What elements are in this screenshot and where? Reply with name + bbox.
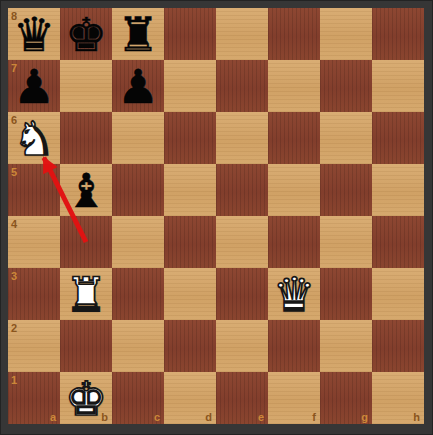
square-e4[interactable] xyxy=(216,216,268,268)
piece-black-pawn-a7[interactable]: ♟ xyxy=(8,60,60,112)
square-b8[interactable]: ♚ xyxy=(60,8,112,60)
square-c4[interactable] xyxy=(112,216,164,268)
chess-board: 8♛♚♜7♟♟6♞5♝43♜♛21ab♚cdefgh xyxy=(8,8,424,424)
square-g8[interactable] xyxy=(320,8,372,60)
square-h7[interactable] xyxy=(372,60,424,112)
piece-black-pawn-c7[interactable]: ♟ xyxy=(112,60,164,112)
square-e8[interactable] xyxy=(216,8,268,60)
piece-black-bishop-b5[interactable]: ♝ xyxy=(60,164,112,216)
rank-label-3: 3 xyxy=(11,270,17,282)
square-d2[interactable] xyxy=(164,320,216,372)
square-d1[interactable]: d xyxy=(164,372,216,424)
square-f2[interactable] xyxy=(268,320,320,372)
square-h5[interactable] xyxy=(372,164,424,216)
square-f4[interactable] xyxy=(268,216,320,268)
square-h1[interactable]: h xyxy=(372,372,424,424)
square-f5[interactable] xyxy=(268,164,320,216)
square-c8[interactable]: ♜ xyxy=(112,8,164,60)
square-g3[interactable] xyxy=(320,268,372,320)
square-a3[interactable]: 3 xyxy=(8,268,60,320)
square-f3[interactable]: ♛ xyxy=(268,268,320,320)
file-label-g: g xyxy=(361,411,368,423)
file-label-e: e xyxy=(258,411,264,423)
rank-label-5: 5 xyxy=(11,166,17,178)
square-a2[interactable]: 2 xyxy=(8,320,60,372)
square-d7[interactable] xyxy=(164,60,216,112)
square-a8[interactable]: 8♛ xyxy=(8,8,60,60)
square-c6[interactable] xyxy=(112,112,164,164)
square-a1[interactable]: 1a xyxy=(8,372,60,424)
square-g2[interactable] xyxy=(320,320,372,372)
piece-white-knight-a6[interactable]: ♞ xyxy=(8,112,60,164)
square-c2[interactable] xyxy=(112,320,164,372)
square-b6[interactable] xyxy=(60,112,112,164)
square-e7[interactable] xyxy=(216,60,268,112)
square-g5[interactable] xyxy=(320,164,372,216)
square-f8[interactable] xyxy=(268,8,320,60)
square-e1[interactable]: e xyxy=(216,372,268,424)
square-h3[interactable] xyxy=(372,268,424,320)
piece-black-rook-c8[interactable]: ♜ xyxy=(112,8,164,60)
square-e2[interactable] xyxy=(216,320,268,372)
square-b4[interactable] xyxy=(60,216,112,268)
square-d4[interactable] xyxy=(164,216,216,268)
square-e3[interactable] xyxy=(216,268,268,320)
file-label-h: h xyxy=(413,411,420,423)
square-a5[interactable]: 5 xyxy=(8,164,60,216)
square-b1[interactable]: b♚ xyxy=(60,372,112,424)
file-label-d: d xyxy=(205,411,212,423)
file-label-a: a xyxy=(50,411,56,423)
square-f1[interactable]: f xyxy=(268,372,320,424)
square-a4[interactable]: 4 xyxy=(8,216,60,268)
square-c7[interactable]: ♟ xyxy=(112,60,164,112)
square-f6[interactable] xyxy=(268,112,320,164)
square-d8[interactable] xyxy=(164,8,216,60)
piece-black-queen-a8[interactable]: ♛ xyxy=(8,8,60,60)
square-b2[interactable] xyxy=(60,320,112,372)
square-a7[interactable]: 7♟ xyxy=(8,60,60,112)
file-label-c: c xyxy=(154,411,160,423)
file-label-f: f xyxy=(312,411,316,423)
piece-white-king-b1[interactable]: ♚ xyxy=(60,372,112,424)
square-g6[interactable] xyxy=(320,112,372,164)
rank-label-1: 1 xyxy=(11,374,17,386)
piece-black-king-b8[interactable]: ♚ xyxy=(60,8,112,60)
square-d5[interactable] xyxy=(164,164,216,216)
square-g1[interactable]: g xyxy=(320,372,372,424)
square-h8[interactable] xyxy=(372,8,424,60)
rank-label-2: 2 xyxy=(11,322,17,334)
square-g4[interactable] xyxy=(320,216,372,268)
square-h4[interactable] xyxy=(372,216,424,268)
rank-label-4: 4 xyxy=(11,218,17,230)
square-f7[interactable] xyxy=(268,60,320,112)
piece-white-rook-b3[interactable]: ♜ xyxy=(60,268,112,320)
square-a6[interactable]: 6♞ xyxy=(8,112,60,164)
square-b5[interactable]: ♝ xyxy=(60,164,112,216)
square-c3[interactable] xyxy=(112,268,164,320)
square-d3[interactable] xyxy=(164,268,216,320)
square-c1[interactable]: c xyxy=(112,372,164,424)
board-frame: 8♛♚♜7♟♟6♞5♝43♜♛21ab♚cdefgh xyxy=(0,0,433,435)
square-c5[interactable] xyxy=(112,164,164,216)
piece-white-queen-f3[interactable]: ♛ xyxy=(268,268,320,320)
square-e6[interactable] xyxy=(216,112,268,164)
square-h2[interactable] xyxy=(372,320,424,372)
square-b7[interactable] xyxy=(60,60,112,112)
square-h6[interactable] xyxy=(372,112,424,164)
square-b3[interactable]: ♜ xyxy=(60,268,112,320)
square-d6[interactable] xyxy=(164,112,216,164)
square-e5[interactable] xyxy=(216,164,268,216)
square-g7[interactable] xyxy=(320,60,372,112)
